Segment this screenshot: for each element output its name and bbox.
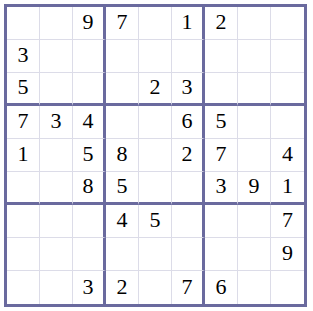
cell-r8c7[interactable] bbox=[205, 238, 238, 271]
cell-r2c6[interactable] bbox=[172, 40, 205, 73]
cell-r4c7[interactable]: 5 bbox=[205, 106, 238, 139]
cell-r5c3[interactable]: 5 bbox=[73, 139, 106, 172]
given-digit: 6 bbox=[216, 276, 227, 298]
cell-r3c1[interactable]: 5 bbox=[7, 73, 40, 106]
cell-r1c5[interactable] bbox=[139, 7, 172, 40]
given-digit: 7 bbox=[18, 110, 29, 132]
given-digit: 5 bbox=[117, 175, 128, 197]
cell-r4c1[interactable]: 7 bbox=[7, 106, 40, 139]
cell-r4c4[interactable] bbox=[106, 106, 139, 139]
cell-r3c8[interactable] bbox=[238, 73, 271, 106]
given-digit: 9 bbox=[249, 175, 260, 197]
cell-r1c2[interactable] bbox=[40, 7, 73, 40]
cell-r4c8[interactable] bbox=[238, 106, 271, 139]
given-digit: 3 bbox=[51, 110, 62, 132]
sudoku-page: 97123523734651582748539145793276 bbox=[0, 0, 313, 311]
given-digit: 1 bbox=[282, 175, 293, 197]
cell-r2c7[interactable] bbox=[205, 40, 238, 73]
cell-r2c5[interactable] bbox=[139, 40, 172, 73]
cell-r2c1[interactable]: 3 bbox=[7, 40, 40, 73]
given-digit: 3 bbox=[182, 76, 193, 98]
cell-r2c9[interactable] bbox=[271, 40, 304, 73]
cell-r5c9[interactable]: 4 bbox=[271, 139, 304, 172]
cell-r2c3[interactable] bbox=[73, 40, 106, 73]
cell-r5c4[interactable]: 8 bbox=[106, 139, 139, 172]
given-digit: 4 bbox=[117, 209, 128, 231]
cell-r3c4[interactable] bbox=[106, 73, 139, 106]
cell-r1c8[interactable] bbox=[238, 7, 271, 40]
cell-r8c9[interactable]: 9 bbox=[271, 238, 304, 271]
cell-r5c5[interactable] bbox=[139, 139, 172, 172]
cell-r7c1[interactable] bbox=[7, 205, 40, 238]
cell-r9c3[interactable]: 3 bbox=[73, 271, 106, 304]
cell-r4c3[interactable]: 4 bbox=[73, 106, 106, 139]
cell-r6c4[interactable]: 5 bbox=[106, 172, 139, 205]
cell-r7c7[interactable] bbox=[205, 205, 238, 238]
cell-r6c5[interactable] bbox=[139, 172, 172, 205]
cell-r6c9[interactable]: 1 bbox=[271, 172, 304, 205]
cell-r1c4[interactable]: 7 bbox=[106, 7, 139, 40]
cell-r9c7[interactable]: 6 bbox=[205, 271, 238, 304]
cell-r4c6[interactable]: 6 bbox=[172, 106, 205, 139]
cell-r2c8[interactable] bbox=[238, 40, 271, 73]
cell-r9c6[interactable]: 7 bbox=[172, 271, 205, 304]
given-digit: 3 bbox=[216, 175, 227, 197]
cell-r8c4[interactable] bbox=[106, 238, 139, 271]
given-digit: 8 bbox=[117, 143, 128, 165]
cell-r1c9[interactable] bbox=[271, 7, 304, 40]
given-digit: 7 bbox=[117, 11, 128, 33]
cell-r9c2[interactable] bbox=[40, 271, 73, 304]
cell-r8c6[interactable] bbox=[172, 238, 205, 271]
cell-r9c9[interactable] bbox=[271, 271, 304, 304]
cell-r6c3[interactable]: 8 bbox=[73, 172, 106, 205]
cell-r4c2[interactable]: 3 bbox=[40, 106, 73, 139]
cell-r7c9[interactable]: 7 bbox=[271, 205, 304, 238]
given-digit: 7 bbox=[182, 276, 193, 298]
given-digit: 3 bbox=[18, 44, 29, 66]
cell-r8c1[interactable] bbox=[7, 238, 40, 271]
cell-r7c6[interactable] bbox=[172, 205, 205, 238]
cell-r3c9[interactable] bbox=[271, 73, 304, 106]
given-digit: 6 bbox=[182, 110, 193, 132]
cell-r5c7[interactable]: 7 bbox=[205, 139, 238, 172]
given-digit: 2 bbox=[216, 11, 227, 33]
cell-r2c2[interactable] bbox=[40, 40, 73, 73]
cell-r6c7[interactable]: 3 bbox=[205, 172, 238, 205]
cell-r5c8[interactable] bbox=[238, 139, 271, 172]
cell-r4c5[interactable] bbox=[139, 106, 172, 139]
cell-r4c9[interactable] bbox=[271, 106, 304, 139]
given-digit: 7 bbox=[216, 143, 227, 165]
given-digit: 5 bbox=[18, 76, 29, 98]
cell-r7c8[interactable] bbox=[238, 205, 271, 238]
cell-r9c1[interactable] bbox=[7, 271, 40, 304]
given-digit: 5 bbox=[150, 209, 161, 231]
cell-r7c5[interactable]: 5 bbox=[139, 205, 172, 238]
given-digit: 2 bbox=[150, 76, 161, 98]
given-digit: 2 bbox=[117, 276, 128, 298]
given-digit: 1 bbox=[182, 11, 193, 33]
cell-r8c5[interactable] bbox=[139, 238, 172, 271]
given-digit: 7 bbox=[282, 209, 293, 231]
given-digit: 4 bbox=[282, 143, 293, 165]
sudoku-board: 97123523734651582748539145793276 bbox=[4, 4, 307, 307]
cell-r3c3[interactable] bbox=[73, 73, 106, 106]
cell-r6c1[interactable] bbox=[7, 172, 40, 205]
given-digit: 5 bbox=[216, 110, 227, 132]
cell-r1c7[interactable]: 2 bbox=[205, 7, 238, 40]
cell-r2c4[interactable] bbox=[106, 40, 139, 73]
cell-r8c8[interactable] bbox=[238, 238, 271, 271]
cell-r3c7[interactable] bbox=[205, 73, 238, 106]
given-digit: 8 bbox=[83, 175, 94, 197]
given-digit: 1 bbox=[18, 143, 29, 165]
cell-r1c6[interactable]: 1 bbox=[172, 7, 205, 40]
cell-r9c5[interactable] bbox=[139, 271, 172, 304]
cell-r9c4[interactable]: 2 bbox=[106, 271, 139, 304]
cell-r3c2[interactable] bbox=[40, 73, 73, 106]
given-digit: 2 bbox=[182, 143, 193, 165]
cell-r6c8[interactable]: 9 bbox=[238, 172, 271, 205]
given-digit: 5 bbox=[83, 143, 94, 165]
cell-r3c5[interactable]: 2 bbox=[139, 73, 172, 106]
cell-r1c3[interactable]: 9 bbox=[73, 7, 106, 40]
cell-r5c6[interactable]: 2 bbox=[172, 139, 205, 172]
cell-r6c6[interactable] bbox=[172, 172, 205, 205]
given-digit: 9 bbox=[83, 11, 94, 33]
cell-r1c1[interactable] bbox=[7, 7, 40, 40]
cell-r5c1[interactable]: 1 bbox=[7, 139, 40, 172]
cell-r7c3[interactable] bbox=[73, 205, 106, 238]
cell-r9c8[interactable] bbox=[238, 271, 271, 304]
given-digit: 9 bbox=[282, 242, 293, 264]
cell-r5c2[interactable] bbox=[40, 139, 73, 172]
cell-r8c3[interactable] bbox=[73, 238, 106, 271]
given-digit: 4 bbox=[83, 110, 94, 132]
given-digit: 3 bbox=[83, 276, 94, 298]
cell-r7c2[interactable] bbox=[40, 205, 73, 238]
cell-r8c2[interactable] bbox=[40, 238, 73, 271]
cell-r6c2[interactable] bbox=[40, 172, 73, 205]
cell-r3c6[interactable]: 3 bbox=[172, 73, 205, 106]
cell-r7c4[interactable]: 4 bbox=[106, 205, 139, 238]
